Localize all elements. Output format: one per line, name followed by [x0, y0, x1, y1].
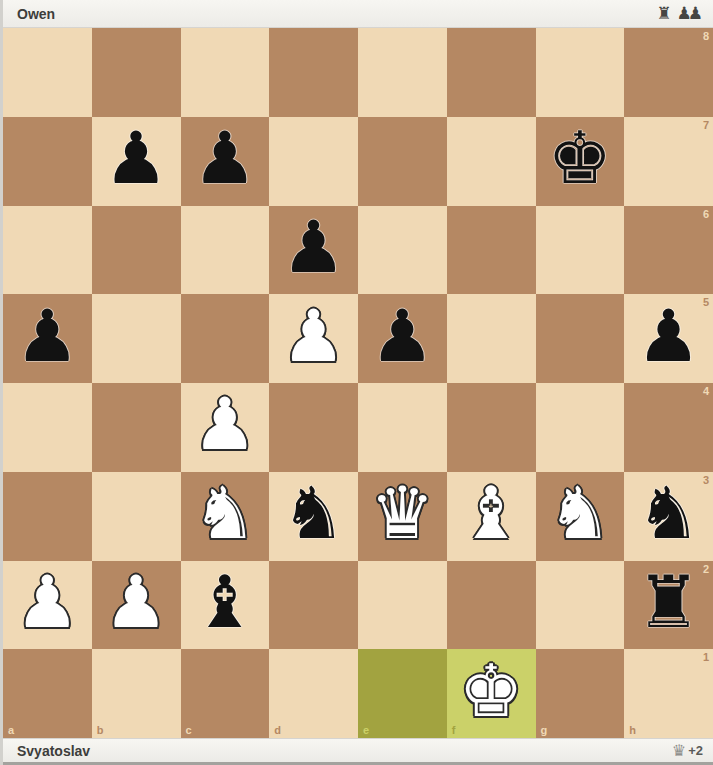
square-e2[interactable]	[358, 561, 447, 650]
piece-white-knight[interactable]: ♞	[548, 477, 613, 549]
piece-white-pawn[interactable]: ♟	[15, 566, 80, 638]
square-f8[interactable]	[447, 28, 536, 117]
piece-black-rook[interactable]: ♜	[636, 566, 701, 638]
bottom-material-tray: ♛ +2	[672, 743, 703, 759]
material-score: +2	[688, 743, 703, 758]
square-d2[interactable]	[269, 561, 358, 650]
square-h4[interactable]: 4	[624, 383, 713, 472]
square-h3[interactable]: 3♞	[624, 472, 713, 561]
square-c1[interactable]: c	[181, 649, 270, 738]
square-h7[interactable]: 7	[624, 117, 713, 206]
piece-black-pawn[interactable]: ♟	[193, 122, 258, 194]
coord-rank-7: 7	[703, 120, 709, 131]
coord-rank-6: 6	[703, 209, 709, 220]
square-h2[interactable]: 2♜	[624, 561, 713, 650]
piece-black-king[interactable]: ♚	[548, 122, 613, 194]
coord-file-c: c	[186, 725, 192, 736]
square-e5[interactable]: ♟	[358, 294, 447, 383]
square-a5[interactable]: ♟	[3, 294, 92, 383]
coord-file-g: g	[541, 725, 548, 736]
piece-black-bishop[interactable]: ♝	[193, 566, 258, 638]
square-f6[interactable]	[447, 206, 536, 295]
square-c2[interactable]: ♝	[181, 561, 270, 650]
square-a4[interactable]	[3, 383, 92, 472]
piece-black-pawn[interactable]: ♟	[636, 300, 701, 372]
square-a6[interactable]	[3, 206, 92, 295]
square-b1[interactable]: b	[92, 649, 181, 738]
coord-rank-2: 2	[703, 564, 709, 575]
piece-white-pawn[interactable]: ♟	[193, 388, 258, 460]
square-g2[interactable]	[536, 561, 625, 650]
square-e1[interactable]: e	[358, 649, 447, 738]
coord-rank-4: 4	[703, 386, 709, 397]
piece-white-pawn[interactable]: ♟	[104, 566, 169, 638]
coord-file-e: e	[363, 725, 369, 736]
coord-rank-1: 1	[703, 652, 709, 663]
square-f7[interactable]	[447, 117, 536, 206]
square-b5[interactable]	[92, 294, 181, 383]
piece-black-pawn[interactable]: ♟	[281, 211, 346, 283]
square-h6[interactable]: 6	[624, 206, 713, 295]
square-d6[interactable]: ♟	[269, 206, 358, 295]
coord-file-f: f	[452, 725, 456, 736]
coord-rank-3: 3	[703, 475, 709, 486]
square-g7[interactable]: ♚	[536, 117, 625, 206]
square-f5[interactable]	[447, 294, 536, 383]
square-h5[interactable]: 5♟	[624, 294, 713, 383]
square-a7[interactable]	[3, 117, 92, 206]
square-f3[interactable]: ♝	[447, 472, 536, 561]
square-d1[interactable]: d	[269, 649, 358, 738]
square-d7[interactable]	[269, 117, 358, 206]
square-g4[interactable]	[536, 383, 625, 472]
square-f2[interactable]	[447, 561, 536, 650]
material-queen-icon: ♛	[672, 743, 686, 759]
square-h8[interactable]: 8	[624, 28, 713, 117]
square-d3[interactable]: ♞	[269, 472, 358, 561]
square-b7[interactable]: ♟	[92, 117, 181, 206]
piece-white-bishop[interactable]: ♝	[459, 477, 524, 549]
square-c6[interactable]	[181, 206, 270, 295]
square-e6[interactable]	[358, 206, 447, 295]
piece-black-knight[interactable]: ♞	[281, 477, 346, 549]
captured-rook-icon: ♜	[656, 5, 671, 22]
piece-black-pawn[interactable]: ♟	[104, 122, 169, 194]
piece-white-king[interactable]: ♚	[459, 655, 524, 727]
square-c3[interactable]: ♞	[181, 472, 270, 561]
square-e3[interactable]: ♛	[358, 472, 447, 561]
square-a2[interactable]: ♟	[3, 561, 92, 650]
player-name-bottom: Svyatoslav	[17, 743, 90, 759]
square-a1[interactable]: a	[3, 649, 92, 738]
piece-white-pawn[interactable]: ♟	[281, 300, 346, 372]
square-a8[interactable]	[3, 28, 92, 117]
piece-black-pawn[interactable]: ♟	[15, 300, 80, 372]
square-g6[interactable]	[536, 206, 625, 295]
square-f1[interactable]: f♚	[447, 649, 536, 738]
square-d8[interactable]	[269, 28, 358, 117]
square-e7[interactable]	[358, 117, 447, 206]
square-b4[interactable]	[92, 383, 181, 472]
coord-file-h: h	[629, 725, 636, 736]
chess-board[interactable]: 8♟♟♚7♟6♟♟♟5♟♟4♞♞♛♝♞3♞♟♟♝2♜abcdef♚gh1	[3, 28, 713, 738]
square-a3[interactable]	[3, 472, 92, 561]
square-b6[interactable]	[92, 206, 181, 295]
top-captured-tray: ♜♟♟	[656, 5, 703, 22]
coord-rank-5: 5	[703, 297, 709, 308]
square-c5[interactable]	[181, 294, 270, 383]
piece-white-knight[interactable]: ♞	[193, 477, 258, 549]
player-name-top: Owen	[17, 6, 55, 22]
square-f4[interactable]	[447, 383, 536, 472]
square-g3[interactable]: ♞	[536, 472, 625, 561]
square-c4[interactable]: ♟	[181, 383, 270, 472]
coord-file-a: a	[8, 725, 14, 736]
square-g1[interactable]: g	[536, 649, 625, 738]
bottom-player-bar: Svyatoslav ♛ +2	[3, 738, 713, 765]
coord-rank-8: 8	[703, 31, 709, 42]
square-c7[interactable]: ♟	[181, 117, 270, 206]
square-e4[interactable]	[358, 383, 447, 472]
top-player-bar: Owen ♜♟♟	[3, 0, 713, 28]
square-h1[interactable]: h1	[624, 649, 713, 738]
coord-file-b: b	[97, 725, 104, 736]
square-d4[interactable]	[269, 383, 358, 472]
chess-game-window: Owen ♜♟♟ 8♟♟♚7♟6♟♟♟5♟♟4♞♞♛♝♞3♞♟♟♝2♜abcde…	[0, 0, 713, 765]
square-b8[interactable]	[92, 28, 181, 117]
square-g8[interactable]	[536, 28, 625, 117]
square-d5[interactable]: ♟	[269, 294, 358, 383]
captured-pawn-icon: ♟	[688, 5, 703, 22]
piece-black-pawn[interactable]: ♟	[370, 300, 435, 372]
square-c8[interactable]	[181, 28, 270, 117]
coord-file-d: d	[274, 725, 281, 736]
piece-black-knight[interactable]: ♞	[636, 477, 701, 549]
piece-white-queen[interactable]: ♛	[370, 477, 435, 549]
square-e8[interactable]	[358, 28, 447, 117]
square-b3[interactable]	[92, 472, 181, 561]
square-b2[interactable]: ♟	[92, 561, 181, 650]
square-g5[interactable]	[536, 294, 625, 383]
